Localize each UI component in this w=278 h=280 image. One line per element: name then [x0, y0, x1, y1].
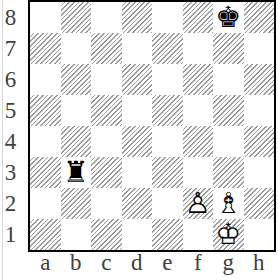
rank-label-4: 4	[0, 126, 28, 157]
square-d5	[122, 95, 153, 126]
piece-white-king: ♚♔	[213, 219, 244, 250]
square-f2: ♟♙	[183, 188, 214, 219]
square-c8	[91, 2, 122, 33]
square-h3	[244, 157, 275, 188]
square-d4	[122, 126, 153, 157]
rank-label-2: 2	[0, 188, 28, 219]
square-c5	[91, 95, 122, 126]
square-e3	[152, 157, 183, 188]
square-b5	[61, 95, 92, 126]
rank-label-7: 7	[0, 33, 28, 64]
white-king-outline-glyph: ♔	[213, 219, 244, 250]
square-d1	[122, 219, 153, 250]
square-f4	[183, 126, 214, 157]
square-e7	[152, 33, 183, 64]
square-e6	[152, 64, 183, 95]
square-g8: ♚	[213, 2, 244, 33]
square-c4	[91, 126, 122, 157]
white-pawn-outline-glyph: ♙	[183, 188, 214, 219]
square-d2	[122, 188, 153, 219]
square-b3: ♜	[61, 157, 92, 188]
square-a8	[30, 2, 61, 33]
file-label-c: c	[91, 250, 122, 278]
square-d6	[122, 64, 153, 95]
square-g6	[213, 64, 244, 95]
square-h4	[244, 126, 275, 157]
square-f5	[183, 95, 214, 126]
square-e5	[152, 95, 183, 126]
square-d3	[122, 157, 153, 188]
rank-label-8: 8	[0, 2, 28, 33]
square-c6	[91, 64, 122, 95]
square-a7	[30, 33, 61, 64]
square-h1	[244, 219, 275, 250]
file-label-b: b	[61, 250, 92, 278]
square-h2	[244, 188, 275, 219]
white-pawn-fill-glyph: ♟	[183, 188, 214, 219]
chess-diagram: 87654321 ♚♜♟♙♝♗♚♔ abcdefgh	[0, 0, 278, 280]
file-label-e: e	[152, 250, 183, 278]
square-g3	[213, 157, 244, 188]
white-bishop-fill-glyph: ♝	[213, 188, 244, 219]
square-a4	[30, 126, 61, 157]
square-h8	[244, 2, 275, 33]
square-c7	[91, 33, 122, 64]
square-c2	[91, 188, 122, 219]
square-h6	[244, 64, 275, 95]
square-e2	[152, 188, 183, 219]
square-b2	[61, 188, 92, 219]
square-b8	[61, 2, 92, 33]
square-b4	[61, 126, 92, 157]
square-a1	[30, 219, 61, 250]
square-f1	[183, 219, 214, 250]
black-rook-glyph: ♜	[61, 157, 92, 188]
square-c1	[91, 219, 122, 250]
file-label-g: g	[213, 250, 244, 278]
square-d8	[122, 2, 153, 33]
square-e1	[152, 219, 183, 250]
square-a2	[30, 188, 61, 219]
white-king-fill-glyph: ♚	[213, 219, 244, 250]
square-e4	[152, 126, 183, 157]
square-g2: ♝♗	[213, 188, 244, 219]
square-f8	[183, 2, 214, 33]
piece-white-pawn: ♟♙	[183, 188, 214, 219]
square-c3	[91, 157, 122, 188]
rank-label-6: 6	[0, 64, 28, 95]
square-b6	[61, 64, 92, 95]
square-h7	[244, 33, 275, 64]
file-label-h: h	[244, 250, 275, 278]
square-a3	[30, 157, 61, 188]
square-b1	[61, 219, 92, 250]
chess-board: ♚♜♟♙♝♗♚♔	[28, 0, 276, 252]
square-b7	[61, 33, 92, 64]
rank-labels: 87654321	[0, 2, 28, 250]
rank-label-5: 5	[0, 95, 28, 126]
file-label-d: d	[122, 250, 153, 278]
square-d7	[122, 33, 153, 64]
square-a6	[30, 64, 61, 95]
square-h5	[244, 95, 275, 126]
square-f7	[183, 33, 214, 64]
piece-black-rook: ♜	[61, 157, 92, 188]
square-a5	[30, 95, 61, 126]
black-king-glyph: ♚	[213, 2, 244, 33]
square-f3	[183, 157, 214, 188]
file-label-a: a	[30, 250, 61, 278]
file-labels: abcdefgh	[30, 250, 274, 278]
piece-black-king: ♚	[213, 2, 244, 33]
square-f6	[183, 64, 214, 95]
piece-white-bishop: ♝♗	[213, 188, 244, 219]
square-g7	[213, 33, 244, 64]
file-label-f: f	[183, 250, 214, 278]
rank-label-3: 3	[0, 157, 28, 188]
white-bishop-outline-glyph: ♗	[213, 188, 244, 219]
square-g1: ♚♔	[213, 219, 244, 250]
square-g4	[213, 126, 244, 157]
rank-label-1: 1	[0, 219, 28, 250]
square-e8	[152, 2, 183, 33]
square-g5	[213, 95, 244, 126]
